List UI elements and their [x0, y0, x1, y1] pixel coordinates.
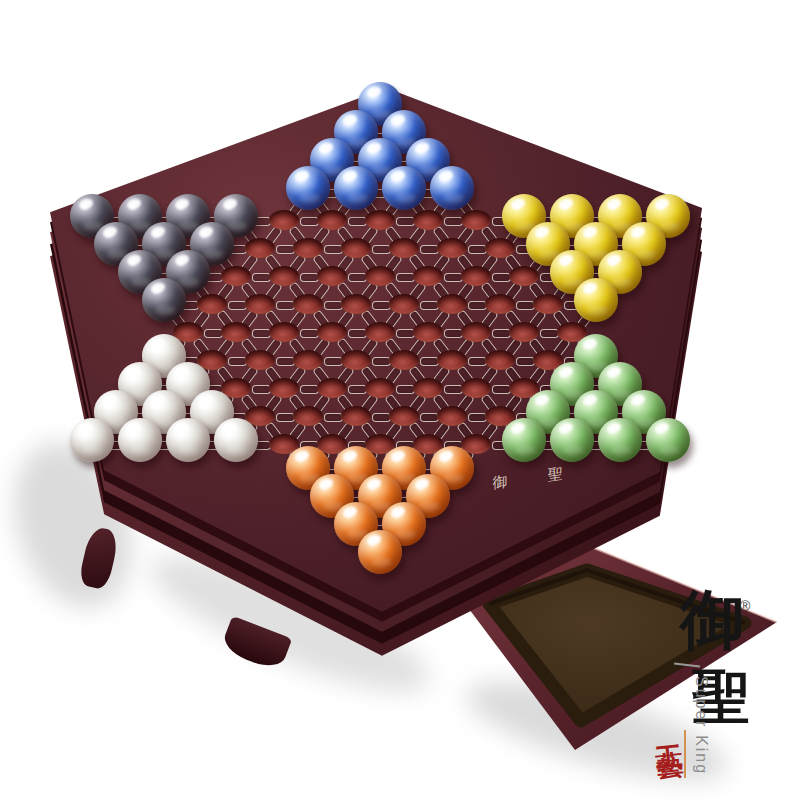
- marble-reflection: [635, 249, 655, 259]
- marble-reflection: [227, 221, 247, 231]
- marble-reflection: [83, 445, 103, 455]
- hole-connector: [492, 329, 511, 338]
- hole-connector: [420, 357, 439, 366]
- hole-connector: [372, 301, 391, 310]
- hole-r4-c12[interactable]: [365, 210, 395, 230]
- marble-highlight: [198, 225, 214, 239]
- marble-highlight: [150, 281, 166, 295]
- marble-highlight: [126, 421, 142, 435]
- hole-connector: [348, 385, 367, 394]
- hole-connector: [492, 273, 511, 282]
- hole-connector: [444, 329, 463, 338]
- hole-connector: [540, 329, 559, 338]
- hole-connector: [324, 413, 343, 422]
- hole-connector: [276, 357, 295, 366]
- hole-r8-c12[interactable]: [365, 322, 395, 342]
- marble-highlight: [414, 141, 430, 155]
- marble-reflection: [419, 501, 439, 511]
- hole-r10-c16[interactable]: [461, 378, 491, 398]
- marble-highlight: [366, 141, 382, 155]
- hole-r6-c14[interactable]: [413, 266, 443, 286]
- marble-blue[interactable]: [430, 166, 474, 210]
- hole-r4-c10[interactable]: [317, 210, 347, 230]
- hole-connector: [516, 357, 535, 366]
- hole-connector: [396, 329, 415, 338]
- marble-highlight: [102, 393, 118, 407]
- hole-connector: [300, 217, 319, 226]
- marble-highlight: [438, 169, 454, 183]
- marble-yellow[interactable]: [574, 278, 618, 322]
- marble-reflection: [131, 445, 151, 455]
- hole-connector: [300, 329, 319, 338]
- hole-connector: [204, 329, 223, 338]
- marble-highlight: [606, 421, 622, 435]
- marble-reflection: [611, 277, 631, 287]
- hole-r8-c10[interactable]: [317, 322, 347, 342]
- marble-highlight: [582, 225, 598, 239]
- marble-blue[interactable]: [382, 166, 426, 210]
- hole-r8-c6[interactable]: [221, 322, 251, 342]
- marble-highlight: [174, 253, 190, 267]
- hole-r7-c7[interactable]: [245, 294, 275, 314]
- marble-highlight: [510, 197, 526, 211]
- hole-r10-c14[interactable]: [413, 378, 443, 398]
- hole-connector: [300, 273, 319, 282]
- hole-r5-c17[interactable]: [485, 238, 515, 258]
- logo-caption: 工藝: [647, 722, 684, 738]
- hole-r9-c15[interactable]: [437, 350, 467, 370]
- marble-highlight: [390, 449, 406, 463]
- marble-white[interactable]: [70, 418, 114, 462]
- marble-highlight: [558, 197, 574, 211]
- hole-r10-c12[interactable]: [365, 378, 395, 398]
- hole-r5-c15[interactable]: [437, 238, 467, 258]
- marble-highlight: [366, 533, 382, 547]
- marble-highlight: [174, 421, 190, 435]
- hole-r11-c15[interactable]: [437, 406, 467, 426]
- hole-r10-c10[interactable]: [317, 378, 347, 398]
- marble-reflection: [203, 249, 223, 259]
- hole-r8-c18[interactable]: [509, 322, 539, 342]
- marble-highlight: [126, 253, 142, 267]
- marble-reflection: [659, 445, 679, 455]
- hole-connector: [420, 301, 439, 310]
- marble-green[interactable]: [550, 418, 594, 462]
- hole-r9-c17[interactable]: [485, 350, 515, 370]
- marble-highlight: [630, 225, 646, 239]
- marble-highlight: [318, 477, 334, 491]
- hole-connector: [348, 217, 367, 226]
- registered-trademark-icon: ®: [740, 598, 750, 614]
- marble-highlight: [582, 393, 598, 407]
- hole-r4-c8[interactable]: [269, 210, 299, 230]
- marble-black[interactable]: [142, 278, 186, 322]
- marble-reflection: [227, 445, 247, 455]
- hole-connector: [468, 357, 487, 366]
- marble-highlight: [198, 393, 214, 407]
- marble-highlight: [294, 449, 310, 463]
- hole-connector: [324, 301, 343, 310]
- hole-connector: [372, 413, 391, 422]
- hole-connector: [324, 357, 343, 366]
- marble-highlight: [318, 141, 334, 155]
- hole-connector: [444, 217, 463, 226]
- marble-highlight: [150, 393, 166, 407]
- marble-highlight: [390, 505, 406, 519]
- hole-connector: [396, 385, 415, 394]
- marble-highlight: [630, 393, 646, 407]
- hole-connector: [492, 385, 511, 394]
- hole-r7-c15[interactable]: [437, 294, 467, 314]
- hole-r7-c9[interactable]: [293, 294, 323, 314]
- hole-r8-c16[interactable]: [461, 322, 491, 342]
- hole-r4-c14[interactable]: [413, 210, 443, 230]
- logo-subtitle: Super King: [692, 676, 710, 791]
- hole-r7-c19[interactable]: [533, 294, 563, 314]
- hole-r5-c9[interactable]: [293, 238, 323, 258]
- hole-connector: [468, 413, 487, 422]
- marble-highlight: [582, 337, 598, 351]
- marble-green[interactable]: [646, 418, 690, 462]
- marble-highlight: [150, 225, 166, 239]
- hole-connector: [348, 329, 367, 338]
- marble-reflection: [587, 305, 607, 315]
- hole-r9-c11[interactable]: [341, 350, 371, 370]
- hole-r5-c7[interactable]: [245, 238, 275, 258]
- hole-r7-c11[interactable]: [341, 294, 371, 314]
- hole-r10-c8[interactable]: [269, 378, 299, 398]
- hole-connector: [228, 301, 247, 310]
- marble-reflection: [299, 193, 319, 203]
- marble-blue[interactable]: [334, 166, 378, 210]
- marble-highlight: [366, 477, 382, 491]
- hole-r6-c10[interactable]: [317, 266, 347, 286]
- marble-highlight: [150, 337, 166, 351]
- hole-connector: [276, 245, 295, 254]
- hole-r11-c11[interactable]: [341, 406, 371, 426]
- hole-connector: [228, 357, 247, 366]
- marble-highlight: [78, 197, 94, 211]
- hole-connector: [372, 357, 391, 366]
- hole-connector: [252, 329, 271, 338]
- marble-white[interactable]: [166, 418, 210, 462]
- marble-highlight: [534, 393, 550, 407]
- marble-highlight: [606, 197, 622, 211]
- marble-reflection: [611, 445, 631, 455]
- hole-r6-c8[interactable]: [269, 266, 299, 286]
- hole-r4-c16[interactable]: [461, 210, 491, 230]
- marble-highlight: [222, 421, 238, 435]
- product-photo-scene: 御 聖 御 ® 聖 Super King 工藝: [0, 0, 800, 800]
- hole-connector: [252, 385, 271, 394]
- hole-connector: [420, 245, 439, 254]
- marble-reflection: [563, 445, 583, 455]
- hole-connector: [348, 273, 367, 282]
- hole-r6-c16[interactable]: [461, 266, 491, 286]
- hole-r9-c9[interactable]: [293, 350, 323, 370]
- marble-highlight: [654, 197, 670, 211]
- marble-highlight: [654, 421, 670, 435]
- hole-r11-c13[interactable]: [389, 406, 419, 426]
- hole-r9-c13[interactable]: [389, 350, 419, 370]
- hole-connector: [396, 273, 415, 282]
- marble-highlight: [558, 365, 574, 379]
- hole-r7-c13[interactable]: [389, 294, 419, 314]
- hole-connector: [372, 245, 391, 254]
- marble-reflection: [515, 445, 535, 455]
- marble-highlight: [414, 477, 430, 491]
- hole-r7-c5[interactable]: [197, 294, 227, 314]
- marble-highlight: [342, 113, 358, 127]
- hole-connector: [276, 301, 295, 310]
- marble-highlight: [558, 421, 574, 435]
- marble-highlight: [294, 169, 310, 183]
- hole-r7-c17[interactable]: [485, 294, 515, 314]
- hole-r5-c13[interactable]: [389, 238, 419, 258]
- marble-reflection: [395, 529, 415, 539]
- marble-highlight: [342, 169, 358, 183]
- hole-connector: [276, 413, 295, 422]
- marble-green[interactable]: [502, 418, 546, 462]
- hole-r11-c9[interactable]: [293, 406, 323, 426]
- marble-reflection: [347, 193, 367, 203]
- hole-connector: [468, 245, 487, 254]
- marble-highlight: [342, 449, 358, 463]
- hole-r6-c6[interactable]: [221, 266, 251, 286]
- brand-logo: 御 ® 聖 Super King 工藝: [638, 588, 800, 800]
- hole-r6-c12[interactable]: [365, 266, 395, 286]
- hole-connector: [444, 385, 463, 394]
- marble-white[interactable]: [214, 418, 258, 462]
- marble-highlight: [366, 85, 382, 99]
- marble-highlight: [126, 197, 142, 211]
- marble-reflection: [179, 445, 199, 455]
- hole-r9-c7[interactable]: [245, 350, 275, 370]
- hole-r6-c18[interactable]: [509, 266, 539, 286]
- hole-r8-c8[interactable]: [269, 322, 299, 342]
- marble-reflection: [395, 193, 415, 203]
- logo-accent-line: [684, 730, 686, 778]
- marble-highlight: [126, 365, 142, 379]
- hole-connector: [516, 301, 535, 310]
- marble-highlight: [606, 365, 622, 379]
- marble-highlight: [342, 505, 358, 519]
- logo-character-top: 御: [680, 588, 744, 652]
- marble-highlight: [438, 449, 454, 463]
- marble-highlight: [102, 225, 118, 239]
- marble-highlight: [582, 281, 598, 295]
- hole-connector: [252, 273, 271, 282]
- marble-highlight: [390, 113, 406, 127]
- marble-highlight: [222, 197, 238, 211]
- hole-connector: [324, 245, 343, 254]
- marble-white[interactable]: [118, 418, 162, 462]
- hole-connector: [300, 385, 319, 394]
- marble-highlight: [534, 225, 550, 239]
- marble-reflection: [371, 557, 391, 567]
- hole-connector: [468, 301, 487, 310]
- marble-highlight: [390, 169, 406, 183]
- marble-reflection: [443, 473, 463, 483]
- hole-connector: [396, 217, 415, 226]
- marble-reflection: [659, 221, 679, 231]
- marble-reflection: [443, 193, 463, 203]
- hole-connector: [444, 273, 463, 282]
- marble-blue[interactable]: [286, 166, 330, 210]
- hole-connector: [420, 413, 439, 422]
- marble-highlight: [174, 365, 190, 379]
- hole-r8-c14[interactable]: [413, 322, 443, 342]
- marble-orange[interactable]: [358, 530, 402, 574]
- marble-reflection: [179, 277, 199, 287]
- marble-highlight: [606, 253, 622, 267]
- marble-green[interactable]: [598, 418, 642, 462]
- hole-r5-c11[interactable]: [341, 238, 371, 258]
- marble-highlight: [558, 253, 574, 267]
- marble-highlight: [78, 421, 94, 435]
- marble-reflection: [155, 305, 175, 315]
- marble-highlight: [510, 421, 526, 435]
- marble-highlight: [174, 197, 190, 211]
